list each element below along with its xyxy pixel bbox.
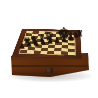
chess-piece-black-queen: ♛ — [44, 31, 54, 42]
pieces-layer: ♟♟♟♟♟♟♟♟♜♞♝♛♚♝♞♜ — [0, 0, 98, 98]
chess-piece-black-rook-kingside: ♜ — [76, 30, 83, 38]
scene: ♟♟♟♟♟♟♟♟♜♞♝♛♚♝♞♜ — [0, 0, 98, 98]
chess-set-photo: ♟♟♟♟♟♟♟♟♜♞♝♛♚♝♞♜ — [0, 0, 98, 98]
